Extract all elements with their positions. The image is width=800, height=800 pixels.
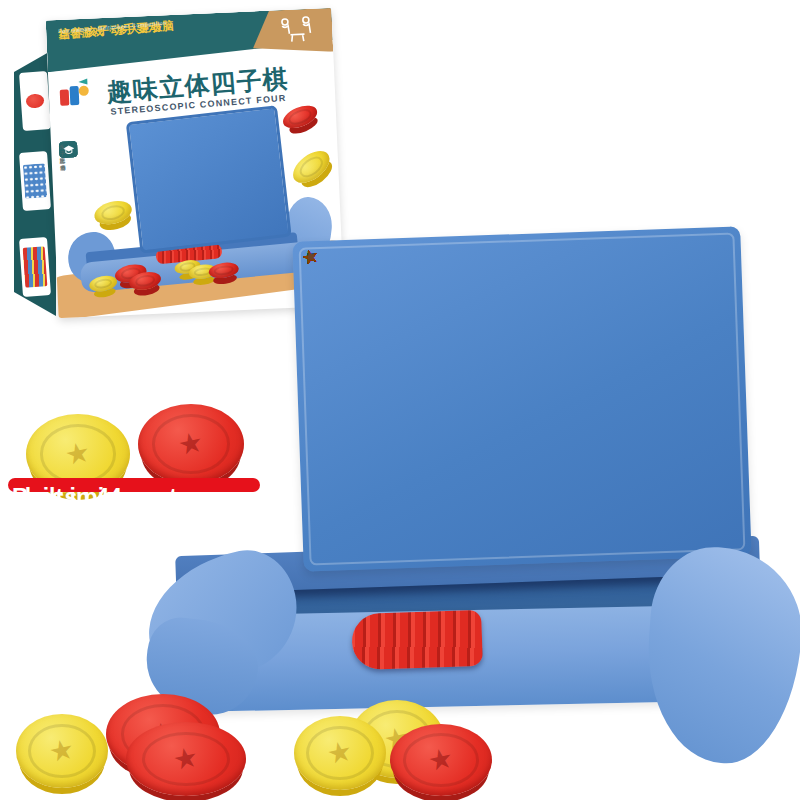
red-game-disc: ★ xyxy=(138,404,244,484)
red-disc-rack xyxy=(351,610,483,671)
flying-yellow-disc xyxy=(92,197,134,228)
connect-four-board-panel: ★★★★★★★★★★★★★★★★★★★★★★★★★★★★★ xyxy=(292,226,751,571)
connect-four-grid: ★★★★★★★★★★★★★★★★★★★★★★★★★★★★★ xyxy=(311,242,733,556)
star-emboss: ★ xyxy=(426,744,456,777)
mini-board-grid xyxy=(137,114,296,256)
mini-connect-four-board xyxy=(126,105,292,253)
red-disc-thumb xyxy=(26,93,45,108)
product-thumb xyxy=(23,246,48,287)
callout-badge: Built in 44 pentagram chess pieces xyxy=(8,478,260,492)
box-banner-text: 培养孩子动手要动脑 益智游戏 · 多人竞技 Fun Games · Multip… xyxy=(58,12,257,28)
star-emboss: ★ xyxy=(47,735,77,768)
red-game-disc: ★ xyxy=(390,724,492,796)
callout-line2: chess pieces xyxy=(12,485,155,510)
star-emboss: ★ xyxy=(171,743,201,776)
star-emboss: ★ xyxy=(176,428,206,461)
board-thumb xyxy=(23,163,47,198)
star-emboss: ★ xyxy=(325,737,355,770)
yellow-game-disc: ★ xyxy=(294,716,386,790)
star-emboss: ★ xyxy=(63,438,93,471)
two-players-icon xyxy=(276,14,319,46)
box-side-thumbnail-discs xyxy=(19,71,51,131)
red-game-disc: ★ xyxy=(126,722,246,796)
flying-red-disc xyxy=(280,101,321,132)
base-right-arm xyxy=(641,543,800,768)
box-side-thumbnail-board xyxy=(19,151,51,211)
yellow-game-disc: ★ xyxy=(16,714,108,788)
product-photo: 培养孩子动手要动脑 益智游戏 · 多人竞技 Fun Games · Multip… xyxy=(0,0,800,800)
flying-yellow-disc xyxy=(287,145,335,190)
packaging-box: 培养孩子动手要动脑 益智游戏 · 多人竞技 Fun Games · Multip… xyxy=(14,14,338,316)
box-side-thumbnail-product xyxy=(19,237,51,297)
feature-label: 亲子互动 xyxy=(59,144,66,172)
